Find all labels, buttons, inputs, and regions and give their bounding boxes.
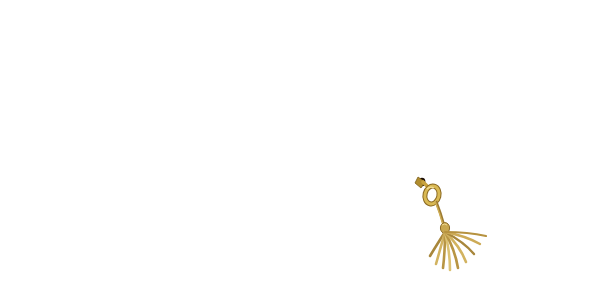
lid-outer-rim bbox=[15, 4, 599, 197]
box-left-side bbox=[4, 57, 251, 294]
front-side-walnut-panel bbox=[238, 141, 599, 264]
lid-edge-molding-left bbox=[11, 57, 251, 220]
square-c7[interactable] bbox=[160, 59, 216, 77]
square-e6[interactable] bbox=[248, 59, 304, 77]
square-a7[interactable] bbox=[93, 71, 149, 89]
square-e4[interactable] bbox=[296, 84, 354, 103]
square-b6[interactable] bbox=[149, 77, 206, 96]
square-e2[interactable] bbox=[348, 109, 408, 129]
square-c2[interactable] bbox=[280, 123, 341, 144]
foot-molding-front bbox=[232, 178, 598, 294]
square-f8[interactable] bbox=[233, 31, 287, 48]
border-inlay-line bbox=[67, 19, 541, 175]
square-f2[interactable] bbox=[381, 103, 441, 123]
square-g1[interactable] bbox=[441, 110, 502, 130]
square-b3[interactable] bbox=[220, 116, 280, 137]
square-a4[interactable] bbox=[161, 109, 220, 129]
square-c6[interactable] bbox=[183, 71, 240, 89]
square-d5[interactable] bbox=[239, 77, 296, 96]
square-b1[interactable] bbox=[271, 143, 333, 165]
box-front-side bbox=[232, 123, 599, 294]
square-c5[interactable] bbox=[206, 83, 264, 102]
square-h2[interactable] bbox=[446, 91, 506, 110]
square-f1[interactable] bbox=[408, 116, 469, 137]
key-highlight bbox=[427, 187, 434, 189]
square-b2[interactable] bbox=[245, 129, 306, 150]
square-a5[interactable] bbox=[138, 96, 196, 116]
square-a6[interactable] bbox=[115, 83, 172, 102]
square-e1[interactable] bbox=[375, 123, 436, 144]
square-d2[interactable] bbox=[314, 116, 375, 137]
square-b5[interactable] bbox=[172, 89, 230, 108]
key-bit bbox=[415, 177, 425, 188]
square-b4[interactable] bbox=[196, 102, 255, 122]
board-border bbox=[28, 8, 584, 192]
tassel-cord bbox=[435, 201, 443, 225]
square-g8[interactable] bbox=[264, 26, 318, 43]
square-d1[interactable] bbox=[341, 130, 403, 151]
square-b7[interactable] bbox=[127, 65, 183, 83]
square-h1[interactable] bbox=[474, 103, 535, 123]
square-e3[interactable] bbox=[322, 96, 381, 116]
tassel-cord-shadow bbox=[436, 201, 444, 225]
foot-molding-left bbox=[4, 168, 238, 294]
square-e8[interactable] bbox=[202, 36, 256, 53]
square-h6[interactable] bbox=[343, 42, 399, 59]
square-h4[interactable] bbox=[393, 66, 451, 84]
square-c4[interactable] bbox=[230, 96, 289, 116]
square-g5[interactable] bbox=[336, 60, 393, 78]
tassel-knot bbox=[440, 223, 449, 234]
tassel-knot-highlight bbox=[442, 224, 447, 225]
square-d7[interactable] bbox=[192, 53, 247, 71]
square-f6[interactable] bbox=[280, 54, 336, 72]
square-f7[interactable] bbox=[256, 42, 311, 59]
key-bow bbox=[423, 185, 441, 206]
brass-key-icon bbox=[400, 168, 510, 288]
square-d4[interactable] bbox=[263, 90, 321, 109]
lid-edge-molding-front bbox=[247, 123, 599, 219]
keyhole bbox=[447, 174, 456, 187]
square-c8[interactable] bbox=[138, 47, 193, 64]
front-side-shading bbox=[232, 123, 599, 294]
square-a2[interactable] bbox=[210, 136, 271, 157]
square-f5[interactable] bbox=[304, 65, 361, 83]
square-a3[interactable] bbox=[185, 122, 245, 143]
square-g4[interactable] bbox=[361, 72, 419, 90]
square-a1[interactable] bbox=[236, 150, 298, 172]
product-photo bbox=[0, 0, 600, 297]
square-g2[interactable] bbox=[414, 97, 474, 117]
square-c1[interactable] bbox=[306, 136, 368, 157]
lid-sheen bbox=[15, 4, 599, 197]
square-d3[interactable] bbox=[288, 103, 347, 123]
key-shaft bbox=[423, 182, 429, 188]
key-entry-shadow bbox=[419, 178, 426, 186]
square-e5[interactable] bbox=[272, 71, 329, 89]
square-f3[interactable] bbox=[355, 90, 414, 109]
key-bow-outline bbox=[423, 185, 441, 206]
left-side-shading bbox=[4, 57, 251, 294]
square-b8[interactable] bbox=[105, 53, 160, 71]
square-h3[interactable] bbox=[419, 78, 478, 97]
tassel-strands bbox=[430, 232, 486, 270]
square-h5[interactable] bbox=[367, 54, 424, 72]
board-top bbox=[15, 4, 599, 197]
square-g3[interactable] bbox=[387, 84, 446, 103]
square-g7[interactable] bbox=[288, 37, 343, 54]
key-and-tassel bbox=[400, 168, 510, 288]
square-e7[interactable] bbox=[225, 48, 280, 65]
square-h8[interactable] bbox=[295, 20, 349, 36]
square-d8[interactable] bbox=[170, 42, 224, 59]
left-side-walnut-panel bbox=[7, 96, 247, 267]
square-d6[interactable] bbox=[215, 65, 271, 83]
rim-pinstripe bbox=[21, 6, 591, 194]
chess-board[interactable] bbox=[72, 20, 535, 172]
square-h7[interactable] bbox=[318, 31, 373, 48]
square-f4[interactable] bbox=[329, 78, 387, 97]
square-c3[interactable] bbox=[255, 109, 315, 129]
square-a8[interactable] bbox=[72, 59, 127, 77]
square-g6[interactable] bbox=[311, 48, 367, 65]
